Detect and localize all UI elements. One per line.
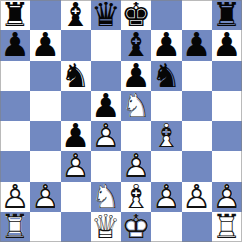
square-g2[interactable]: ♟♙ [182,182,212,212]
square-h1[interactable]: ♜♖ [212,212,242,242]
square-b7[interactable]: ♟ [30,30,60,60]
square-f6[interactable]: ♞ [151,61,181,91]
square-b4[interactable] [30,121,60,151]
square-c1[interactable] [61,212,91,242]
square-d4[interactable]: ♟♙ [91,121,121,151]
piece-white-pawn: ♟♙ [182,182,212,212]
square-b5[interactable] [30,91,60,121]
piece-black-pawn: ♟ [182,30,212,60]
square-e5[interactable]: ♞♘ [121,91,151,121]
piece-black-pawn: ♟ [212,30,242,60]
piece-black-pawn: ♟ [0,30,30,60]
square-a7[interactable]: ♟ [0,30,30,60]
piece-black-bishop: ♝ [61,0,91,30]
chess-board: ♜♝♛♚♜♟♟♝♟♟♟♞♟♞♟♞♘♟♟♙♝♗♟♙♟♙♟♙♟♙♞♘♝♗♟♙♟♙♟♙… [0,0,242,242]
square-g4[interactable] [182,121,212,151]
square-b6[interactable] [30,61,60,91]
square-f4[interactable]: ♝♗ [151,121,181,151]
square-e1[interactable]: ♚♔ [121,212,151,242]
piece-white-queen: ♛♕ [91,212,121,242]
square-h6[interactable] [212,61,242,91]
square-f2[interactable]: ♟♙ [151,182,181,212]
piece-white-pawn: ♟♙ [61,151,91,181]
square-c8[interactable]: ♝ [61,0,91,30]
piece-white-pawn: ♟♙ [151,182,181,212]
piece-black-knight: ♞ [61,61,91,91]
square-g7[interactable]: ♟ [182,30,212,60]
piece-white-rook: ♜♖ [212,212,242,242]
piece-white-pawn: ♟♙ [91,121,121,151]
square-a5[interactable] [0,91,30,121]
piece-white-bishop: ♝♗ [151,121,181,151]
square-b2[interactable]: ♟♙ [30,182,60,212]
square-a1[interactable]: ♜♖ [0,212,30,242]
piece-black-knight: ♞ [151,61,181,91]
square-a4[interactable] [0,121,30,151]
piece-black-pawn: ♟ [30,30,60,60]
square-h4[interactable] [212,121,242,151]
square-a6[interactable] [0,61,30,91]
chess-board-frame: ♜♝♛♚♜♟♟♝♟♟♟♞♟♞♟♞♘♟♟♙♝♗♟♙♟♙♟♙♟♙♞♘♝♗♟♙♟♙♟♙… [0,0,242,242]
piece-white-pawn: ♟♙ [30,182,60,212]
square-g5[interactable] [182,91,212,121]
square-d1[interactable]: ♛♕ [91,212,121,242]
square-b1[interactable] [30,212,60,242]
square-f1[interactable] [151,212,181,242]
piece-black-queen: ♛ [91,0,121,30]
square-c6[interactable]: ♞ [61,61,91,91]
square-d8[interactable]: ♛ [91,0,121,30]
piece-white-rook: ♜♖ [0,212,30,242]
square-c2[interactable] [61,182,91,212]
square-d7[interactable] [91,30,121,60]
square-g6[interactable] [182,61,212,91]
square-h7[interactable]: ♟ [212,30,242,60]
piece-white-knight: ♞♘ [121,91,151,121]
square-c3[interactable]: ♟♙ [61,151,91,181]
piece-white-king: ♚♔ [121,212,151,242]
square-h5[interactable] [212,91,242,121]
square-g1[interactable] [182,212,212,242]
